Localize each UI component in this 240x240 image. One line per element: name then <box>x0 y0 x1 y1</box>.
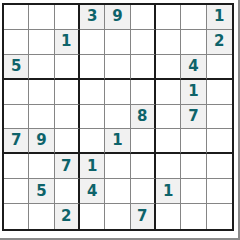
sudoku-cell-r6c6[interactable] <box>131 129 156 154</box>
sudoku-cell-r4c3[interactable] <box>55 80 80 105</box>
sudoku-cell-r2c8[interactable] <box>181 30 206 55</box>
sudoku-cell-r8c7[interactable]: 1 <box>156 179 181 204</box>
sudoku-cell-r4c2[interactable] <box>29 80 54 105</box>
sudoku-cell-r5c3[interactable] <box>55 105 80 130</box>
given-digit: 3 <box>87 9 97 24</box>
sudoku-cell-r2c4[interactable] <box>80 30 105 55</box>
screen-edge-right <box>238 0 240 240</box>
sudoku-board: 39112541877917154127 <box>2 3 234 231</box>
sudoku-cell-r2c6[interactable] <box>131 30 156 55</box>
sudoku-cell-r2c7[interactable] <box>156 30 181 55</box>
sudoku-cell-r3c1[interactable]: 5 <box>4 55 29 80</box>
sudoku-cell-r6c9[interactable] <box>207 129 232 154</box>
given-digit: 2 <box>214 34 224 49</box>
sudoku-cell-r7c8[interactable] <box>181 154 206 179</box>
sudoku-cell-r8c1[interactable] <box>4 179 29 204</box>
given-digit: 4 <box>87 184 97 199</box>
sudoku-cell-r6c2[interactable]: 9 <box>29 129 54 154</box>
sudoku-cell-r2c9[interactable]: 2 <box>207 30 232 55</box>
sudoku-cell-r8c2[interactable]: 5 <box>29 179 54 204</box>
sudoku-cell-r2c5[interactable] <box>105 30 130 55</box>
sudoku-cell-r5c1[interactable] <box>4 105 29 130</box>
given-digit: 1 <box>112 133 122 148</box>
sudoku-cell-r3c4[interactable] <box>80 55 105 80</box>
sudoku-cell-r5c4[interactable] <box>80 105 105 130</box>
given-digit: 7 <box>61 159 71 174</box>
sudoku-cell-r4c9[interactable] <box>207 80 232 105</box>
sudoku-cell-r1c9[interactable]: 1 <box>207 5 232 30</box>
given-digit: 9 <box>36 133 46 148</box>
sudoku-cell-r9c6[interactable]: 7 <box>131 204 156 229</box>
sudoku-cell-r8c3[interactable] <box>55 179 80 204</box>
sudoku-cell-r9c8[interactable] <box>181 204 206 229</box>
sudoku-cell-r2c2[interactable] <box>29 30 54 55</box>
given-digit: 7 <box>137 209 147 224</box>
given-digit: 1 <box>61 34 71 49</box>
sudoku-cell-r9c7[interactable] <box>156 204 181 229</box>
sudoku-cell-r7c4[interactable]: 1 <box>80 154 105 179</box>
given-digit: 4 <box>188 59 198 74</box>
sudoku-cell-r2c3[interactable]: 1 <box>55 30 80 55</box>
sudoku-cell-r9c4[interactable] <box>80 204 105 229</box>
sudoku-cell-r6c1[interactable]: 7 <box>4 129 29 154</box>
given-digit: 1 <box>188 84 198 99</box>
sudoku-cell-r7c5[interactable] <box>105 154 130 179</box>
sudoku-cell-r4c5[interactable] <box>105 80 130 105</box>
sudoku-cell-r5c8[interactable]: 7 <box>181 105 206 130</box>
sudoku-cell-r1c1[interactable] <box>4 5 29 30</box>
sudoku-cell-r6c8[interactable] <box>181 129 206 154</box>
given-digit: 1 <box>163 184 173 199</box>
sudoku-cell-r7c1[interactable] <box>4 154 29 179</box>
sudoku-cell-r4c6[interactable] <box>131 80 156 105</box>
given-digit: 5 <box>36 184 46 199</box>
sudoku-cell-r8c6[interactable] <box>131 179 156 204</box>
sudoku-cell-r3c2[interactable] <box>29 55 54 80</box>
sudoku-cell-r1c2[interactable] <box>29 5 54 30</box>
sudoku-cell-r7c7[interactable] <box>156 154 181 179</box>
sudoku-cell-r8c9[interactable] <box>207 179 232 204</box>
sudoku-cell-r2c1[interactable] <box>4 30 29 55</box>
sudoku-cell-r3c7[interactable] <box>156 55 181 80</box>
sudoku-cell-r5c2[interactable] <box>29 105 54 130</box>
sudoku-cell-r3c6[interactable] <box>131 55 156 80</box>
sudoku-cell-r3c9[interactable] <box>207 55 232 80</box>
sudoku-cell-r3c3[interactable] <box>55 55 80 80</box>
sudoku-cell-r5c5[interactable] <box>105 105 130 130</box>
sudoku-cell-r1c7[interactable] <box>156 5 181 30</box>
sudoku-cell-r5c7[interactable] <box>156 105 181 130</box>
sudoku-cell-r5c6[interactable]: 8 <box>131 105 156 130</box>
sudoku-screen: 39112541877917154127 <box>0 0 240 240</box>
sudoku-cell-r4c8[interactable]: 1 <box>181 80 206 105</box>
sudoku-cell-r6c4[interactable] <box>80 129 105 154</box>
sudoku-cell-r3c5[interactable] <box>105 55 130 80</box>
sudoku-cell-r8c4[interactable]: 4 <box>80 179 105 204</box>
given-digit: 8 <box>137 109 147 124</box>
sudoku-cell-r7c3[interactable]: 7 <box>55 154 80 179</box>
sudoku-cell-r7c6[interactable] <box>131 154 156 179</box>
sudoku-cell-r4c7[interactable] <box>156 80 181 105</box>
sudoku-cell-r9c1[interactable] <box>4 204 29 229</box>
sudoku-cell-r8c8[interactable] <box>181 179 206 204</box>
sudoku-cell-r9c9[interactable] <box>207 204 232 229</box>
sudoku-cell-r1c5[interactable]: 9 <box>105 5 130 30</box>
given-digit: 2 <box>61 209 71 224</box>
sudoku-cell-r8c5[interactable] <box>105 179 130 204</box>
sudoku-cell-r4c4[interactable] <box>80 80 105 105</box>
given-digit: 1 <box>214 9 224 24</box>
sudoku-cell-r6c3[interactable] <box>55 129 80 154</box>
sudoku-cell-r4c1[interactable] <box>4 80 29 105</box>
given-digit: 5 <box>11 59 21 74</box>
sudoku-cell-r9c2[interactable] <box>29 204 54 229</box>
sudoku-cell-r6c5[interactable]: 1 <box>105 129 130 154</box>
sudoku-cell-r1c3[interactable] <box>55 5 80 30</box>
given-digit: 7 <box>188 109 198 124</box>
given-digit: 9 <box>112 9 122 24</box>
sudoku-cell-r1c8[interactable] <box>181 5 206 30</box>
given-digit: 7 <box>11 133 21 148</box>
sudoku-cell-r7c2[interactable] <box>29 154 54 179</box>
sudoku-cell-r9c3[interactable]: 2 <box>55 204 80 229</box>
sudoku-cell-r3c8[interactable]: 4 <box>181 55 206 80</box>
given-digit: 1 <box>87 159 97 174</box>
sudoku-cell-r9c5[interactable] <box>105 204 130 229</box>
sudoku-cell-r7c9[interactable] <box>207 154 232 179</box>
sudoku-cell-r6c7[interactable] <box>156 129 181 154</box>
sudoku-cell-r5c9[interactable] <box>207 105 232 130</box>
sudoku-cell-r1c4[interactable]: 3 <box>80 5 105 30</box>
sudoku-cell-r1c6[interactable] <box>131 5 156 30</box>
